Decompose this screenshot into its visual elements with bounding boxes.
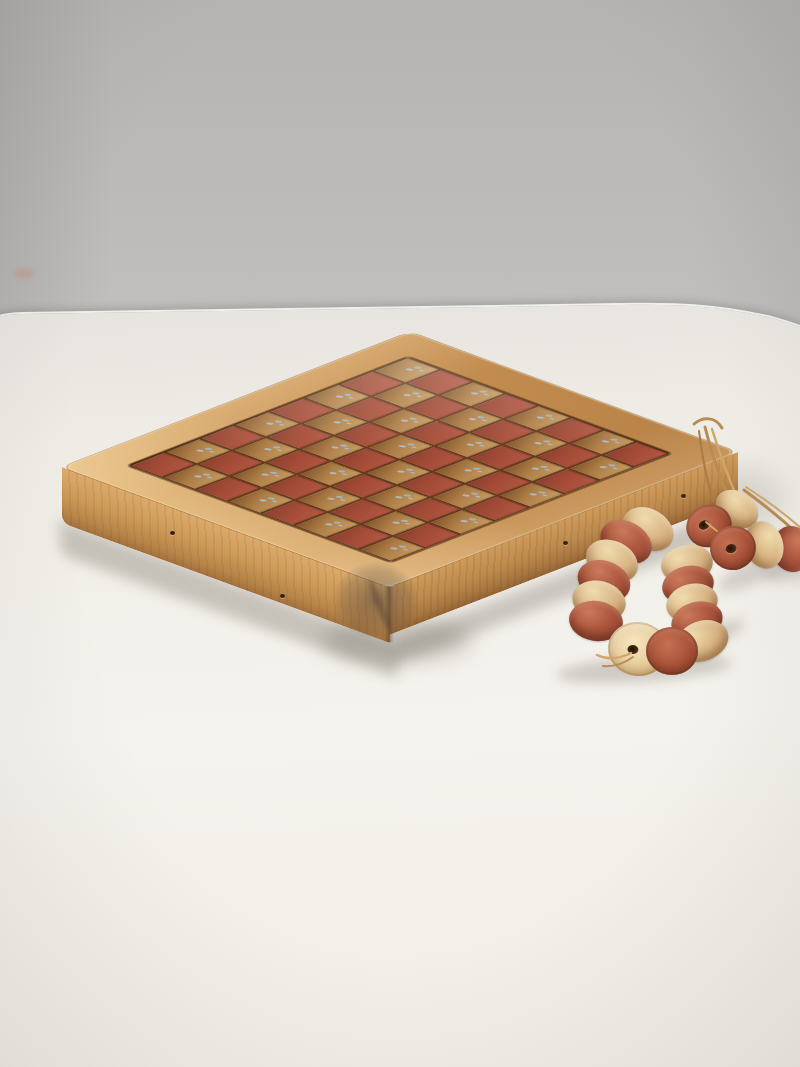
- blue-sprig-motif-icon: [400, 419, 409, 422]
- blue-sprig-motif-icon: [392, 521, 401, 524]
- blue-sprig-motif-icon: [193, 475, 202, 478]
- blue-sprig-motif-icon: [531, 467, 540, 470]
- nail-hole: [170, 531, 175, 535]
- blue-sprig-motif-icon: [195, 449, 204, 452]
- nail-hole: [681, 494, 686, 498]
- blue-sprig-motif-icon: [398, 445, 407, 448]
- nail-hole: [280, 594, 285, 598]
- blue-sprig-motif-icon: [335, 395, 344, 398]
- blue-sprig-motif-icon: [459, 520, 468, 523]
- blue-sprig-motif-icon: [263, 448, 272, 451]
- bead-hole: [697, 518, 711, 531]
- blue-sprig-motif-icon: [261, 473, 270, 476]
- blue-sprig-motif-icon: [265, 422, 274, 425]
- blue-sprig-motif-icon: [326, 497, 335, 500]
- blue-sprig-motif-icon: [470, 392, 479, 395]
- blue-sprig-motif-icon: [394, 496, 403, 499]
- wall-smudge: [14, 268, 34, 279]
- blue-sprig-motif-icon: [461, 494, 470, 497]
- blue-sprig-motif-icon: [601, 440, 610, 443]
- blue-sprig-motif-icon: [599, 466, 608, 469]
- blue-sprig-motif-icon: [466, 443, 475, 446]
- blue-sprig-motif-icon: [328, 472, 337, 475]
- checker-piece-bead: [646, 627, 698, 675]
- blue-sprig-motif-icon: [330, 446, 339, 449]
- nail-hole: [563, 541, 568, 545]
- blue-sprig-motif-icon: [324, 523, 333, 526]
- blue-sprig-motif-icon: [402, 394, 411, 397]
- photo-scene: [0, 0, 800, 1067]
- blue-sprig-motif-icon: [468, 418, 477, 421]
- blue-sprig-motif-icon: [533, 442, 542, 445]
- blue-sprig-motif-icon: [529, 493, 538, 496]
- bead-hole: [725, 543, 738, 555]
- bead-hole: [627, 645, 639, 655]
- blue-sprig-motif-icon: [332, 421, 341, 424]
- blue-sprig-motif-icon: [535, 416, 544, 419]
- blue-sprig-motif-icon: [259, 499, 268, 502]
- blue-sprig-motif-icon: [463, 469, 472, 472]
- blue-sprig-motif-icon: [396, 470, 405, 473]
- blue-sprig-motif-icon: [404, 368, 413, 371]
